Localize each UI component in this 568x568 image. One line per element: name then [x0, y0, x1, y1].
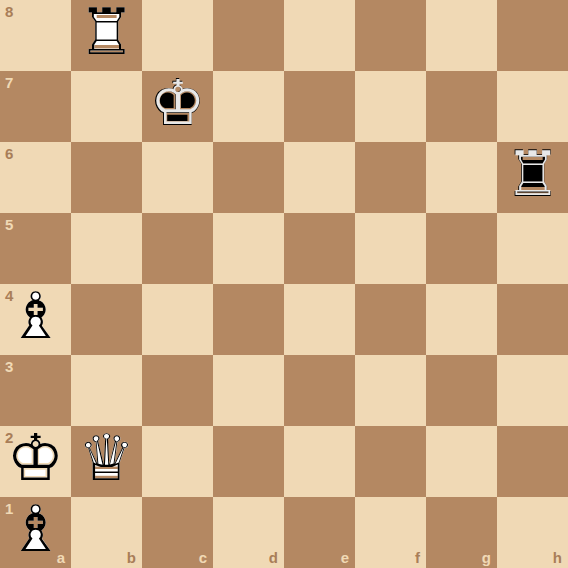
square-a2[interactable]: 2♚♔: [0, 426, 71, 497]
square-f4[interactable]: [355, 284, 426, 355]
piece-fill-glyph: ♚: [149, 68, 206, 139]
square-d5[interactable]: [213, 213, 284, 284]
square-a1[interactable]: 1a♝♗: [0, 497, 71, 568]
file-label-h: h: [553, 550, 562, 565]
file-label-b: b: [127, 550, 136, 565]
square-c6[interactable]: [142, 142, 213, 213]
square-f8[interactable]: [355, 0, 426, 71]
square-f2[interactable]: [355, 426, 426, 497]
piece-outline-glyph: ♕: [78, 423, 135, 494]
black-king-icon: ♚♔: [142, 71, 213, 142]
square-h7[interactable]: [497, 71, 568, 142]
square-b2[interactable]: ♛♕: [71, 426, 142, 497]
square-a5[interactable]: 5: [0, 213, 71, 284]
square-a7[interactable]: 7: [0, 71, 71, 142]
square-f7[interactable]: [355, 71, 426, 142]
square-d2[interactable]: [213, 426, 284, 497]
white-bishop-icon: ♝♗: [0, 284, 71, 355]
square-b1[interactable]: b: [71, 497, 142, 568]
rank-label-6: 6: [5, 146, 13, 161]
square-g6[interactable]: [426, 142, 497, 213]
square-f5[interactable]: [355, 213, 426, 284]
square-f6[interactable]: [355, 142, 426, 213]
white-rook-icon: ♜♖: [71, 0, 142, 71]
square-g3[interactable]: [426, 355, 497, 426]
square-a6[interactable]: 6: [0, 142, 71, 213]
white-queen-icon: ♛♕: [71, 426, 142, 497]
square-f1[interactable]: f: [355, 497, 426, 568]
square-c8[interactable]: [142, 0, 213, 71]
square-g5[interactable]: [426, 213, 497, 284]
square-h1[interactable]: h: [497, 497, 568, 568]
square-a3[interactable]: 3: [0, 355, 71, 426]
square-b8[interactable]: ♜♖: [71, 0, 142, 71]
rank-label-5: 5: [5, 217, 13, 232]
square-e4[interactable]: [284, 284, 355, 355]
square-f3[interactable]: [355, 355, 426, 426]
square-d1[interactable]: d: [213, 497, 284, 568]
square-b4[interactable]: [71, 284, 142, 355]
square-g4[interactable]: [426, 284, 497, 355]
file-label-a: a: [57, 550, 65, 565]
square-d6[interactable]: [213, 142, 284, 213]
square-h3[interactable]: [497, 355, 568, 426]
piece-fill-glyph: ♛: [78, 423, 135, 494]
square-c4[interactable]: [142, 284, 213, 355]
file-label-g: g: [482, 550, 491, 565]
piece-fill-glyph: ♝: [7, 281, 64, 352]
chess-board: 8♜♖7♚♔6♜♖54♝♗32♚♔♛♕1a♝♗bcdefgh: [0, 0, 568, 568]
square-a8[interactable]: 8: [0, 0, 71, 71]
file-label-d: d: [269, 550, 278, 565]
white-bishop-icon: ♝♗: [0, 497, 71, 568]
square-d3[interactable]: [213, 355, 284, 426]
square-h5[interactable]: [497, 213, 568, 284]
piece-fill-glyph: ♜: [504, 139, 561, 210]
piece-fill-glyph: ♜: [78, 0, 135, 68]
square-e5[interactable]: [284, 213, 355, 284]
square-e7[interactable]: [284, 71, 355, 142]
square-b5[interactable]: [71, 213, 142, 284]
file-label-c: c: [199, 550, 207, 565]
square-c1[interactable]: c: [142, 497, 213, 568]
rank-label-4: 4: [5, 288, 13, 303]
square-e1[interactable]: e: [284, 497, 355, 568]
square-g2[interactable]: [426, 426, 497, 497]
square-d4[interactable]: [213, 284, 284, 355]
white-king-icon: ♚♔: [0, 426, 71, 497]
chess-board-wrap: 8♜♖7♚♔6♜♖54♝♗32♚♔♛♕1a♝♗bcdefgh: [0, 0, 568, 568]
square-b3[interactable]: [71, 355, 142, 426]
rank-label-3: 3: [5, 359, 13, 374]
rank-label-7: 7: [5, 75, 13, 90]
rank-label-1: 1: [5, 501, 13, 516]
square-h8[interactable]: [497, 0, 568, 71]
square-h6[interactable]: ♜♖: [497, 142, 568, 213]
rank-label-8: 8: [5, 4, 13, 19]
square-h2[interactable]: [497, 426, 568, 497]
black-rook-icon: ♜♖: [497, 142, 568, 213]
square-d8[interactable]: [213, 0, 284, 71]
square-b6[interactable]: [71, 142, 142, 213]
square-c5[interactable]: [142, 213, 213, 284]
rank-label-2: 2: [5, 430, 13, 445]
square-c3[interactable]: [142, 355, 213, 426]
square-e2[interactable]: [284, 426, 355, 497]
piece-outline-glyph: ♖: [78, 0, 135, 68]
square-g7[interactable]: [426, 71, 497, 142]
square-b7[interactable]: [71, 71, 142, 142]
square-c7[interactable]: ♚♔: [142, 71, 213, 142]
piece-outline-glyph: ♔: [7, 423, 64, 494]
square-a4[interactable]: 4♝♗: [0, 284, 71, 355]
square-d7[interactable]: [213, 71, 284, 142]
piece-outline-glyph: ♗: [7, 494, 64, 565]
piece-outline-glyph: ♖: [505, 140, 560, 208]
file-label-f: f: [415, 550, 420, 565]
square-e8[interactable]: [284, 0, 355, 71]
piece-outline-glyph: ♗: [7, 281, 64, 352]
square-e3[interactable]: [284, 355, 355, 426]
piece-fill-glyph: ♚: [7, 423, 64, 494]
square-g1[interactable]: g: [426, 497, 497, 568]
square-e6[interactable]: [284, 142, 355, 213]
square-h4[interactable]: [497, 284, 568, 355]
file-label-e: e: [341, 550, 349, 565]
square-c2[interactable]: [142, 426, 213, 497]
piece-fill-glyph: ♝: [7, 494, 64, 565]
piece-outline-glyph: ♔: [150, 69, 205, 137]
square-g8[interactable]: [426, 0, 497, 71]
